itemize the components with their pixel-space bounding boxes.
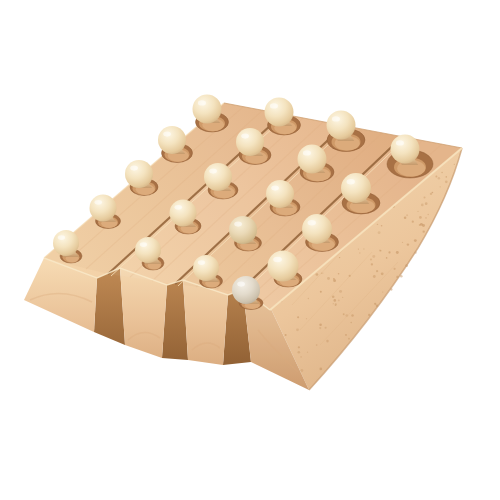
knob-ball: [53, 230, 79, 256]
speckle: [300, 369, 303, 372]
knob-block4-slot2[interactable]: [268, 251, 299, 282]
knob-highlight: [347, 179, 355, 184]
speckle: [424, 197, 426, 199]
knob-highlight: [308, 220, 316, 225]
speckle: [425, 217, 426, 218]
speckle: [335, 303, 337, 305]
speckle: [374, 303, 376, 305]
knob-ball: [268, 251, 299, 282]
knob-ball: [193, 95, 222, 124]
speckle: [300, 356, 301, 357]
knob-highlight: [198, 100, 206, 105]
speckle: [333, 279, 336, 282]
front-crevice-1: [94, 268, 125, 345]
speckle: [359, 252, 360, 253]
knob-highlight: [198, 260, 205, 265]
speckle: [412, 221, 414, 223]
knob-block1-slot5[interactable]: [193, 95, 222, 124]
speckle: [316, 273, 319, 276]
cylinder-blocks-board: [0, 0, 500, 500]
speckle: [382, 291, 383, 292]
knob-highlight: [237, 282, 245, 287]
speckle: [334, 299, 337, 302]
speckle: [406, 214, 408, 216]
knob-highlight: [273, 257, 282, 263]
knob-block3-slot4[interactable]: [298, 145, 327, 174]
knob-ball: [135, 237, 161, 263]
speckle: [381, 272, 384, 275]
speckle: [285, 334, 287, 336]
speckle: [420, 223, 423, 226]
speckle: [402, 242, 403, 243]
speckle: [363, 248, 365, 250]
knob-ball: [229, 216, 257, 244]
speckle: [417, 211, 418, 212]
knob-ball: [266, 180, 294, 208]
speckle: [378, 231, 381, 234]
knob-highlight: [234, 222, 242, 227]
speckle: [320, 291, 322, 293]
speckle: [325, 327, 327, 329]
speckle: [386, 257, 388, 259]
knob-block4-slot3[interactable]: [302, 214, 332, 244]
knob-highlight: [303, 150, 311, 155]
knob-block1-slot3[interactable]: [125, 160, 153, 188]
speckle: [372, 255, 375, 258]
speckle: [297, 316, 299, 318]
speckle: [419, 216, 422, 219]
speckle: [348, 338, 350, 340]
knob-ball: [158, 126, 186, 154]
speckle: [319, 323, 322, 326]
speckle: [423, 231, 425, 233]
speckle: [307, 352, 308, 353]
knob-highlight: [130, 166, 138, 171]
speckle: [435, 176, 437, 178]
speckle: [327, 277, 330, 280]
knob-highlight: [271, 186, 279, 191]
knob-highlight: [94, 200, 102, 205]
knob-highlight: [396, 140, 404, 145]
knob-ball: [265, 98, 294, 127]
knob-block4-slot1[interactable]: [232, 276, 260, 304]
knob-ball: [236, 128, 264, 156]
knob-block2-slot3[interactable]: [204, 163, 232, 191]
speckle: [427, 214, 429, 216]
knob-ball: [90, 195, 117, 222]
speckle: [333, 303, 334, 304]
speckle: [440, 186, 441, 187]
speckle: [343, 313, 345, 315]
knob-ball: [204, 163, 232, 191]
speckle: [326, 340, 329, 343]
speckle: [371, 263, 373, 265]
knob-ball: [391, 135, 420, 164]
speckle: [298, 346, 300, 348]
speckle: [430, 193, 432, 195]
knob-highlight: [58, 235, 65, 240]
knob-block3-slot3[interactable]: [266, 180, 294, 208]
speckle: [342, 297, 343, 298]
speckle: [308, 298, 310, 300]
speckle: [339, 257, 340, 258]
speckle: [345, 334, 347, 336]
speckle: [421, 204, 424, 207]
speckle: [296, 328, 299, 331]
speckle: [441, 172, 442, 173]
knob-highlight: [174, 205, 182, 210]
speckle: [445, 180, 448, 183]
product-photo: [0, 0, 500, 500]
speckle: [339, 290, 342, 293]
speckle: [319, 368, 322, 371]
knob-block1-slot4[interactable]: [158, 126, 186, 154]
knob-block3-slot2[interactable]: [229, 216, 257, 244]
speckle: [381, 225, 383, 227]
speckle: [376, 270, 378, 272]
knob-ball: [302, 214, 332, 244]
knob-ball: [232, 276, 260, 304]
speckle: [438, 177, 440, 179]
speckle: [332, 295, 335, 298]
knob-highlight: [241, 134, 249, 139]
speckle: [425, 202, 428, 205]
speckle: [358, 248, 359, 249]
speckle: [377, 224, 378, 225]
knob-highlight: [209, 169, 217, 174]
speckle: [407, 243, 409, 245]
knob-ball: [298, 145, 327, 174]
speckle: [319, 327, 321, 329]
speckle: [298, 351, 301, 354]
speckle: [393, 268, 395, 270]
speckle: [350, 322, 352, 324]
speckle: [388, 251, 390, 253]
knob-ball: [341, 173, 371, 203]
knob-block2-slot4[interactable]: [236, 128, 264, 156]
speckle: [338, 273, 340, 275]
speckle: [316, 344, 318, 346]
knob-ball: [193, 255, 219, 281]
speckle: [338, 299, 340, 301]
knob-block2-slot5[interactable]: [265, 98, 294, 127]
knob-ball: [327, 111, 356, 140]
knob-highlight: [140, 242, 147, 247]
knob-highlight: [270, 103, 278, 108]
knob-highlight: [163, 132, 171, 137]
speckle: [306, 318, 307, 319]
knob-ball: [125, 160, 153, 188]
knob-ball: [170, 200, 197, 227]
speckle: [414, 239, 417, 242]
speckle: [351, 314, 354, 317]
speckle: [396, 251, 399, 254]
speckle: [454, 164, 455, 165]
speckle: [379, 249, 381, 251]
speckle: [404, 217, 406, 219]
speckle: [446, 176, 448, 178]
speckle: [370, 258, 372, 260]
speckle: [373, 275, 376, 278]
knob-highlight: [332, 116, 340, 121]
